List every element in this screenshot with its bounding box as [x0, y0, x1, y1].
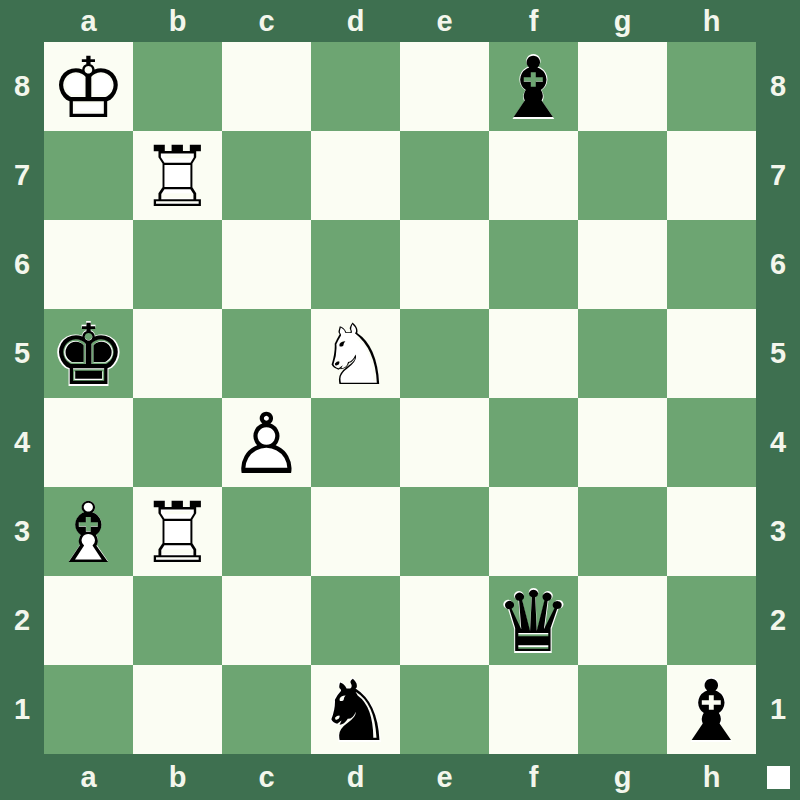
- square-g8[interactable]: [578, 42, 667, 131]
- square-f2[interactable]: ♛♛: [489, 576, 578, 665]
- king-glyph-underlay: ♚: [41, 308, 135, 402]
- square-d3[interactable]: [311, 487, 400, 576]
- file-labels-top: abcdefgh: [44, 0, 756, 42]
- bottom-right-corner: [756, 754, 800, 800]
- square-f3[interactable]: [489, 487, 578, 576]
- file-label-top-a: a: [44, 0, 133, 42]
- file-label-top-h: h: [667, 0, 756, 42]
- rank-label-right-6: 6: [756, 220, 800, 309]
- file-label-bottom-b: b: [133, 754, 222, 800]
- rank-label-left-5: 5: [0, 309, 44, 398]
- square-h5[interactable]: [667, 309, 756, 398]
- bishop-glyph-underlay: ♝: [45, 490, 132, 577]
- rook-glyph: ♖: [133, 489, 222, 578]
- file-label-top-e: e: [400, 0, 489, 42]
- rank-labels-left: 87654321: [0, 42, 44, 754]
- square-a4[interactable]: [44, 398, 133, 487]
- square-b7[interactable]: ♜♖: [133, 131, 222, 220]
- file-label-top-c: c: [222, 0, 311, 42]
- file-label-bottom-g: g: [578, 754, 667, 800]
- file-label-bottom-h: h: [667, 754, 756, 800]
- square-h4[interactable]: [667, 398, 756, 487]
- square-h8[interactable]: [667, 42, 756, 131]
- rank-label-right-5: 5: [756, 309, 800, 398]
- black-queen-icon[interactable]: ♛♛: [489, 576, 578, 665]
- rook-glyph-underlay: ♜: [134, 134, 221, 221]
- white-king-icon[interactable]: ♚♔: [44, 42, 133, 131]
- square-c4[interactable]: ♟♙: [222, 398, 311, 487]
- square-e8[interactable]: [400, 42, 489, 131]
- square-c3[interactable]: [222, 487, 311, 576]
- file-label-top-g: g: [578, 0, 667, 42]
- square-a6[interactable]: [44, 220, 133, 309]
- square-b1[interactable]: [133, 665, 222, 754]
- knight-glyph-underlay: ♞: [312, 312, 399, 399]
- white-knight-icon[interactable]: ♞♘: [311, 309, 400, 398]
- square-c6[interactable]: [222, 220, 311, 309]
- square-a3[interactable]: ♝♗: [44, 487, 133, 576]
- square-e1[interactable]: [400, 665, 489, 754]
- square-h2[interactable]: [667, 576, 756, 665]
- file-label-bottom-e: e: [400, 754, 489, 800]
- square-d4[interactable]: [311, 398, 400, 487]
- chess-board: ♚♔♝♝♜♖♚♚♞♘♟♙♝♗♜♖♛♛♞♞♝♝: [44, 42, 756, 754]
- rank-label-right-8: 8: [756, 42, 800, 131]
- square-e4[interactable]: [400, 398, 489, 487]
- file-label-bottom-a: a: [44, 754, 133, 800]
- white-rook-icon[interactable]: ♜♖: [133, 131, 222, 220]
- king-glyph: ♔: [44, 44, 133, 133]
- file-label-top-f: f: [489, 0, 578, 42]
- square-e5[interactable]: [400, 309, 489, 398]
- rank-label-left-2: 2: [0, 576, 44, 665]
- black-bishop-icon[interactable]: ♝♝: [667, 665, 756, 754]
- bishop-glyph: ♝: [489, 44, 578, 133]
- bishop-glyph: ♝: [667, 667, 756, 756]
- file-label-bottom-c: c: [222, 754, 311, 800]
- square-c7[interactable]: [222, 131, 311, 220]
- rank-label-right-1: 1: [756, 665, 800, 754]
- square-d7[interactable]: [311, 131, 400, 220]
- square-g7[interactable]: [578, 131, 667, 220]
- rank-label-left-1: 1: [0, 665, 44, 754]
- square-c5[interactable]: [222, 309, 311, 398]
- file-label-bottom-f: f: [489, 754, 578, 800]
- square-g3[interactable]: [578, 487, 667, 576]
- square-d8[interactable]: [311, 42, 400, 131]
- square-a2[interactable]: [44, 576, 133, 665]
- square-c8[interactable]: [222, 42, 311, 131]
- square-f8[interactable]: ♝♝: [489, 42, 578, 131]
- rank-label-right-7: 7: [756, 131, 800, 220]
- white-bishop-icon[interactable]: ♝♗: [44, 487, 133, 576]
- knight-glyph: ♘: [311, 311, 400, 400]
- square-a8[interactable]: ♚♔: [44, 42, 133, 131]
- white-pawn-icon[interactable]: ♟♙: [222, 398, 311, 487]
- rank-labels-right: 87654321: [756, 42, 800, 754]
- rank-label-right-3: 3: [756, 487, 800, 576]
- square-a1[interactable]: [44, 665, 133, 754]
- square-g5[interactable]: [578, 309, 667, 398]
- square-d1[interactable]: ♞♞: [311, 665, 400, 754]
- square-h1[interactable]: ♝♝: [667, 665, 756, 754]
- square-f6[interactable]: [489, 220, 578, 309]
- square-e6[interactable]: [400, 220, 489, 309]
- rank-label-left-3: 3: [0, 487, 44, 576]
- square-b5[interactable]: [133, 309, 222, 398]
- king-glyph: ♚: [44, 311, 133, 400]
- file-label-top-b: b: [133, 0, 222, 42]
- rook-glyph-underlay: ♜: [134, 490, 221, 577]
- square-c1[interactable]: [222, 665, 311, 754]
- square-e2[interactable]: [400, 576, 489, 665]
- square-g4[interactable]: [578, 398, 667, 487]
- king-glyph-underlay: ♚: [45, 45, 132, 132]
- bishop-glyph-underlay: ♝: [486, 41, 580, 135]
- knight-glyph-underlay: ♞: [308, 664, 402, 758]
- file-labels-bottom: abcdefgh: [44, 754, 756, 800]
- rank-label-right-2: 2: [756, 576, 800, 665]
- rank-label-left-7: 7: [0, 131, 44, 220]
- square-e7[interactable]: [400, 131, 489, 220]
- bishop-glyph: ♗: [44, 489, 133, 578]
- square-c2[interactable]: [222, 576, 311, 665]
- square-a7[interactable]: [44, 131, 133, 220]
- pawn-glyph: ♙: [222, 400, 311, 489]
- white-rook-icon[interactable]: ♜♖: [133, 487, 222, 576]
- black-king-icon[interactable]: ♚♚: [44, 309, 133, 398]
- square-h3[interactable]: [667, 487, 756, 576]
- board-frame: abcdefgh 87654321 ♚♔♝♝♜♖♚♚♞♘♟♙♝♗♜♖♛♛♞♞♝♝…: [0, 0, 800, 800]
- queen-glyph: ♛: [489, 578, 578, 667]
- rank-label-left-4: 4: [0, 398, 44, 487]
- square-b3[interactable]: ♜♖: [133, 487, 222, 576]
- square-d6[interactable]: [311, 220, 400, 309]
- square-g6[interactable]: [578, 220, 667, 309]
- rank-label-left-8: 8: [0, 42, 44, 131]
- square-d2[interactable]: [311, 576, 400, 665]
- square-f1[interactable]: [489, 665, 578, 754]
- rank-label-left-6: 6: [0, 220, 44, 309]
- square-g2[interactable]: [578, 576, 667, 665]
- black-knight-icon[interactable]: ♞♞: [311, 665, 400, 754]
- square-g1[interactable]: [578, 665, 667, 754]
- file-label-bottom-d: d: [311, 754, 400, 800]
- rook-glyph: ♖: [133, 133, 222, 222]
- file-label-top-d: d: [311, 0, 400, 42]
- black-bishop-icon[interactable]: ♝♝: [489, 42, 578, 131]
- knight-glyph: ♞: [311, 667, 400, 756]
- queen-glyph-underlay: ♛: [486, 575, 580, 669]
- square-b2[interactable]: [133, 576, 222, 665]
- square-f4[interactable]: [489, 398, 578, 487]
- square-b4[interactable]: [133, 398, 222, 487]
- pawn-glyph-underlay: ♟: [223, 401, 310, 488]
- white-to-move-indicator: [767, 766, 790, 789]
- square-b6[interactable]: [133, 220, 222, 309]
- square-f7[interactable]: [489, 131, 578, 220]
- square-b8[interactable]: [133, 42, 222, 131]
- bishop-glyph-underlay: ♝: [664, 664, 758, 758]
- square-a5[interactable]: ♚♚: [44, 309, 133, 398]
- square-e3[interactable]: [400, 487, 489, 576]
- rank-label-right-4: 4: [756, 398, 800, 487]
- square-f5[interactable]: [489, 309, 578, 398]
- square-d5[interactable]: ♞♘: [311, 309, 400, 398]
- square-h7[interactable]: [667, 131, 756, 220]
- square-h6[interactable]: [667, 220, 756, 309]
